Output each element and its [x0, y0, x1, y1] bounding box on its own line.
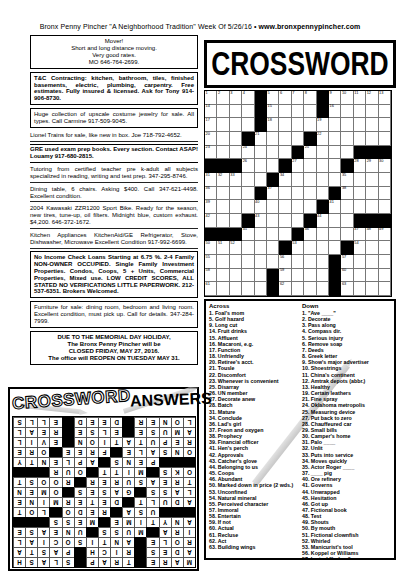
puzzle-cell[interactable]: [354, 255, 366, 269]
puzzle-cell[interactable]: [304, 173, 316, 187]
puzzle-cell[interactable]: [341, 146, 353, 160]
answer-cell: Y: [159, 517, 171, 527]
classified-ad: No Income Check Loans Starting at 6.75 %…: [30, 251, 198, 298]
puzzle-cell[interactable]: [279, 187, 291, 201]
answer-cell: E: [159, 477, 171, 487]
puzzle-cell[interactable]: 11: [354, 91, 366, 105]
answer-cell: L: [37, 507, 49, 517]
puzzle-cell[interactable]: [366, 118, 378, 132]
black-cell: [341, 159, 353, 173]
puzzle-cell[interactable]: 50: [205, 241, 217, 255]
puzzle-cell[interactable]: [354, 105, 366, 119]
puzzle-cell[interactable]: [292, 255, 304, 269]
puzzle-cell[interactable]: [317, 146, 329, 160]
answer-cell: R: [110, 557, 122, 567]
down-header: Down: [302, 303, 394, 310]
classified-ad: GRE used exam prep books. Every section.…: [30, 144, 198, 163]
puzzle-cell[interactable]: [217, 255, 229, 269]
answer-cell: E: [74, 497, 86, 507]
black-cell: [122, 417, 134, 427]
answer-cell: S: [110, 527, 122, 537]
puzzle-cell[interactable]: 2: [217, 91, 229, 105]
puzzle-cell[interactable]: 3: [230, 91, 242, 105]
puzzle-cell[interactable]: [292, 200, 304, 214]
puzzle-cell[interactable]: [217, 118, 229, 132]
puzzle-cell[interactable]: [292, 214, 304, 228]
classified-ad: T&C Contracting: kitchen, bathroom, tile…: [30, 72, 198, 106]
puzzle-cell[interactable]: 29: [366, 159, 378, 173]
black-cell: [86, 467, 98, 477]
puzzle-cell[interactable]: [379, 118, 391, 132]
answer-cell: M: [171, 427, 183, 437]
puzzle-cell[interactable]: [230, 214, 242, 228]
puzzle-cell[interactable]: [341, 200, 353, 214]
puzzle-cell[interactable]: [366, 105, 378, 119]
puzzle-cell[interactable]: [379, 269, 391, 283]
answers-logo-crossword: CROSSWORD: [11, 386, 131, 414]
puzzle-cell[interactable]: [366, 255, 378, 269]
answer-cell: N: [110, 537, 122, 547]
puzzle-cell[interactable]: 26: [242, 159, 254, 173]
answer-cell: S: [134, 507, 146, 517]
puzzle-cell[interactable]: [317, 173, 329, 187]
answers-logo-answers: ANSWERS: [129, 390, 211, 411]
puzzle-cell[interactable]: [230, 200, 242, 214]
puzzle-cell[interactable]: 19: [317, 118, 329, 132]
puzzle-cell[interactable]: [292, 173, 304, 187]
answer-cell: A: [25, 537, 37, 547]
puzzle-cell[interactable]: [329, 146, 341, 160]
puzzle-cell[interactable]: [354, 118, 366, 132]
puzzle-cell[interactable]: 44: [317, 214, 329, 228]
puzzle-cell[interactable]: [255, 255, 267, 269]
answer-cell: T: [13, 507, 25, 517]
answer-cell: E: [49, 527, 61, 537]
answer-cell: T: [146, 517, 158, 527]
puzzle-cell[interactable]: [242, 282, 254, 296]
puzzle-cell[interactable]: [354, 173, 366, 187]
answer-cell: O: [49, 477, 61, 487]
puzzle-cell[interactable]: 46: [304, 228, 316, 242]
puzzle-cell[interactable]: [329, 241, 341, 255]
answer-cell: L: [134, 447, 146, 457]
puzzle-cell[interactable]: 6: [279, 91, 291, 105]
puzzle-cell[interactable]: [379, 255, 391, 269]
puzzle-cell[interactable]: [292, 118, 304, 132]
answer-cell: M: [37, 487, 49, 497]
puzzle-cell[interactable]: 18: [267, 118, 279, 132]
puzzle-cell[interactable]: [217, 132, 229, 146]
answer-cell: D: [171, 547, 183, 557]
puzzle-cell[interactable]: [329, 214, 341, 228]
answer-cell: U: [62, 467, 74, 477]
puzzle-cell[interactable]: [292, 282, 304, 296]
puzzle-cell[interactable]: [292, 132, 304, 146]
puzzle-cell[interactable]: [329, 228, 341, 242]
puzzle-cell[interactable]: [230, 255, 242, 269]
puzzle-cell[interactable]: [292, 105, 304, 119]
answer-cell: P: [62, 547, 74, 557]
answer-cell: O: [86, 437, 98, 447]
puzzle-cell[interactable]: [230, 146, 242, 160]
puzzle-cell[interactable]: 25: [304, 146, 316, 160]
puzzle-cell[interactable]: [354, 132, 366, 146]
puzzle-cell[interactable]: 28: [354, 159, 366, 173]
puzzle-cell[interactable]: [242, 269, 254, 283]
puzzle-cell[interactable]: 7: [292, 91, 304, 105]
puzzle-cell[interactable]: [230, 118, 242, 132]
puzzle-cell[interactable]: [267, 214, 279, 228]
answer-cell: O: [37, 447, 49, 457]
puzzle-cell[interactable]: [304, 159, 316, 173]
answer-cell: E: [86, 487, 98, 497]
puzzle-cell[interactable]: [267, 132, 279, 146]
puzzle-cell[interactable]: 37: [267, 187, 279, 201]
answer-cell: A: [37, 557, 49, 567]
puzzle-cell[interactable]: 48: [366, 228, 378, 242]
puzzle-cell[interactable]: [366, 173, 378, 187]
across-list: 1. Foal's mom5. Golf hazard9. Long cut14…: [209, 310, 299, 550]
answer-cell: E: [86, 507, 98, 517]
puzzle-cell[interactable]: [217, 146, 229, 160]
answer-cell: O: [183, 447, 195, 457]
puzzle-cell[interactable]: 41: [329, 200, 341, 214]
puzzle-cell[interactable]: [304, 187, 316, 201]
black-cell: [98, 457, 110, 467]
puzzle-cell[interactable]: [341, 228, 353, 242]
puzzle-cell[interactable]: 45: [242, 228, 254, 242]
puzzle-cell[interactable]: [292, 269, 304, 283]
puzzle-cell[interactable]: [379, 132, 391, 146]
puzzle-cell[interactable]: [279, 228, 291, 242]
answer-cell: R: [171, 527, 183, 537]
answer-cell: S: [25, 557, 37, 567]
puzzle-cell[interactable]: [242, 105, 254, 119]
puzzle-cell[interactable]: 63: [341, 282, 353, 296]
puzzle-cell[interactable]: 22: [317, 132, 329, 146]
puzzle-cell[interactable]: [341, 214, 353, 228]
puzzle-cell[interactable]: [354, 282, 366, 296]
answer-cell: A: [122, 437, 134, 447]
answer-cell: U: [74, 527, 86, 537]
answer-cell: E: [13, 497, 25, 507]
answer-cell: H: [86, 547, 98, 557]
answer-cell: S: [159, 487, 171, 497]
answer-cell: U: [146, 437, 158, 447]
puzzle-cell[interactable]: [354, 269, 366, 283]
answer-cell: S: [146, 427, 158, 437]
puzzle-cell[interactable]: [230, 269, 242, 283]
puzzle-cell[interactable]: [366, 200, 378, 214]
puzzle-cell[interactable]: [230, 282, 242, 296]
classified-ad: Tutoring from certified teacher pre k-ad…: [30, 165, 198, 183]
puzzle-cell[interactable]: [304, 200, 316, 214]
answer-cell: K: [171, 467, 183, 477]
puzzle-cell[interactable]: [341, 132, 353, 146]
black-cell: [74, 547, 86, 557]
puzzle-cell[interactable]: [255, 159, 267, 173]
answer-cell: S: [49, 517, 61, 527]
puzzle-cell[interactable]: [379, 187, 391, 201]
puzzle-cell[interactable]: [242, 173, 254, 187]
answer-cell: O: [171, 537, 183, 547]
puzzle-cell[interactable]: [255, 282, 267, 296]
puzzle-cell[interactable]: [267, 200, 279, 214]
puzzle-cell[interactable]: [304, 255, 316, 269]
answer-cell: L: [13, 427, 25, 437]
answer-cell: S: [62, 517, 74, 527]
puzzle-cell[interactable]: [217, 214, 229, 228]
puzzle-cell[interactable]: [329, 159, 341, 173]
answer-cell: E: [98, 497, 110, 507]
down-clue: 57. Lyrical "before": [302, 556, 394, 560]
answer-cell: L: [37, 417, 49, 427]
puzzle-cell[interactable]: [242, 241, 254, 255]
answer-cell: T: [13, 477, 25, 487]
puzzle-cell[interactable]: 33: [230, 173, 242, 187]
black-cell: [317, 200, 329, 214]
puzzle-cell[interactable]: [242, 200, 254, 214]
crossword-section: CROSSWORD 123456789101112131415161718192…: [204, 40, 396, 560]
puzzle-cell[interactable]: [354, 187, 366, 201]
black-cell: [171, 457, 183, 467]
puzzle-cell[interactable]: [304, 282, 316, 296]
puzzle-cell[interactable]: 32: [217, 173, 229, 187]
puzzle-cell[interactable]: [341, 118, 353, 132]
puzzle-cell[interactable]: [366, 132, 378, 146]
puzzle-cell[interactable]: [379, 241, 391, 255]
answer-cell: R: [86, 477, 98, 487]
puzzle-cell[interactable]: [317, 187, 329, 201]
answer-cell: V: [37, 437, 49, 447]
puzzle-cell[interactable]: 51: [217, 241, 229, 255]
answer-cell: T: [110, 467, 122, 477]
puzzle-cell[interactable]: [292, 187, 304, 201]
answer-cell: T: [134, 437, 146, 447]
puzzle-cell[interactable]: 8: [304, 91, 316, 105]
puzzle-cell[interactable]: [379, 200, 391, 214]
black-cell: [159, 507, 171, 517]
puzzle-cell[interactable]: [304, 269, 316, 283]
puzzle-cell[interactable]: [230, 187, 242, 201]
answer-cell: N: [122, 457, 134, 467]
puzzle-cell[interactable]: [217, 269, 229, 283]
puzzle-cell[interactable]: [217, 187, 229, 201]
answer-cell: E: [146, 557, 158, 567]
black-cell: [110, 507, 122, 517]
puzzle-cell[interactable]: [217, 282, 229, 296]
black-cell: [255, 105, 267, 119]
answer-cell: N: [74, 437, 86, 447]
puzzle-cell[interactable]: [230, 105, 242, 119]
answer-cell: M: [134, 467, 146, 477]
clues-box: Across 1. Foal's mom5. Golf hazard9. Lon…: [204, 299, 396, 560]
puzzle-cell[interactable]: 40: [255, 200, 267, 214]
puzzle-cell[interactable]: 34: [279, 173, 291, 187]
puzzle-cell[interactable]: 17: [205, 118, 217, 132]
black-cell: [267, 282, 279, 296]
puzzle-cell[interactable]: [329, 132, 341, 146]
puzzle-cell[interactable]: [242, 118, 254, 132]
puzzle-cell[interactable]: [279, 118, 291, 132]
puzzle-cell[interactable]: 39: [205, 200, 217, 214]
puzzle-cell[interactable]: 10: [341, 91, 353, 105]
puzzle-cell[interactable]: 43: [255, 214, 267, 228]
puzzle-cell[interactable]: [255, 228, 267, 242]
answer-cell: C: [49, 537, 61, 547]
black-cell: [74, 557, 86, 567]
answer-cell: T: [98, 467, 110, 477]
puzzle-cell[interactable]: [279, 200, 291, 214]
puzzle-cell[interactable]: [217, 105, 229, 119]
puzzle-cell[interactable]: [379, 105, 391, 119]
answer-cell: S: [134, 477, 146, 487]
answer-cell: A: [171, 487, 183, 497]
answer-cell: R: [171, 477, 183, 487]
puzzle-cell[interactable]: 52: [230, 241, 242, 255]
answer-cell: N: [171, 447, 183, 457]
puzzle-cell[interactable]: [317, 269, 329, 283]
puzzle-cell[interactable]: 42: [205, 214, 217, 228]
answer-cell: M: [49, 497, 61, 507]
black-cell: [329, 282, 341, 296]
puzzle-cell[interactable]: [317, 159, 329, 173]
puzzle-cell[interactable]: 21: [255, 132, 267, 146]
answer-cell: T: [86, 497, 98, 507]
answer-cell: R: [122, 547, 134, 557]
puzzle-cell[interactable]: [279, 214, 291, 228]
black-cell: [146, 467, 158, 477]
answer-cell: R: [98, 507, 110, 517]
puzzle-cell[interactable]: [341, 105, 353, 119]
puzzle-cell[interactable]: [255, 241, 267, 255]
puzzle-cell[interactable]: 38: [341, 187, 353, 201]
black-cell: [62, 487, 74, 497]
puzzle-cell[interactable]: 30: [379, 159, 391, 173]
puzzle-grid[interactable]: 1234567891011121314151617181920212223242…: [204, 90, 392, 297]
answer-cell: G: [122, 487, 134, 497]
black-cell: [341, 241, 353, 255]
answer-cell: R: [49, 427, 61, 437]
puzzle-cell[interactable]: [267, 146, 279, 160]
puzzle-cell[interactable]: 23: [205, 146, 217, 160]
answer-cell: R: [62, 497, 74, 507]
puzzle-cell[interactable]: 13: [379, 91, 391, 105]
puzzle-cell[interactable]: [366, 269, 378, 283]
puzzle-cell[interactable]: [317, 241, 329, 255]
answers-logo: CROSSWORDANSWERS: [12, 390, 195, 414]
answer-cell: E: [74, 427, 86, 437]
puzzle-cell[interactable]: [329, 118, 341, 132]
puzzle-cell[interactable]: 4: [242, 91, 254, 105]
ads-column: Mover!Short and long distance moving.Ver…: [30, 35, 198, 368]
puzzle-cell[interactable]: 27: [292, 159, 304, 173]
puzzle-cell[interactable]: [267, 159, 279, 173]
puzzle-cell[interactable]: [304, 241, 316, 255]
puzzle-cell[interactable]: [279, 105, 291, 119]
answer-cell: E: [86, 417, 98, 427]
puzzle-cell[interactable]: [242, 255, 254, 269]
puzzle-cell[interactable]: [379, 282, 391, 296]
puzzle-cell[interactable]: 53: [292, 241, 304, 255]
answer-cell: R: [110, 477, 122, 487]
puzzle-cell[interactable]: 12: [366, 91, 378, 105]
puzzle-cell[interactable]: [230, 132, 242, 146]
puzzle-cell[interactable]: [379, 173, 391, 187]
puzzle-cell[interactable]: [255, 173, 267, 187]
puzzle-cell[interactable]: [317, 228, 329, 242]
answer-grid-upside-down: MARETRAPSLASHADESRICHPASTAROLEANTISOCIAL…: [12, 416, 196, 568]
answer-cell: A: [37, 527, 49, 537]
black-cell: [146, 527, 158, 537]
puzzle-cell[interactable]: [217, 200, 229, 214]
answer-cell: A: [183, 517, 195, 527]
answer-cell: D: [110, 417, 122, 427]
answer-cell: A: [110, 487, 122, 497]
puzzle-cell[interactable]: [304, 105, 316, 119]
puzzle-cell[interactable]: [354, 200, 366, 214]
puzzle-cell[interactable]: 61: [205, 282, 217, 296]
puzzle-cell[interactable]: [267, 255, 279, 269]
answer-cell: R: [86, 447, 98, 457]
puzzle-cell[interactable]: 62: [279, 282, 291, 296]
answer-cell: I: [122, 467, 134, 477]
answer-cell: M: [183, 557, 195, 567]
classified-ad: Lionel Trains for sale, like new in box.…: [30, 131, 198, 142]
answer-cell: T: [25, 547, 37, 557]
puzzle-cell[interactable]: 49: [379, 228, 391, 242]
answer-cell: O: [62, 507, 74, 517]
answer-cell: A: [183, 547, 195, 557]
puzzle-cell[interactable]: [366, 282, 378, 296]
black-cell: [134, 487, 146, 497]
puzzle-cell[interactable]: [267, 228, 279, 242]
puzzle-cell[interactable]: 54: [354, 241, 366, 255]
puzzle-cell[interactable]: [329, 173, 341, 187]
puzzle-cell[interactable]: [366, 187, 378, 201]
answer-cell: M: [86, 517, 98, 527]
puzzle-cell[interactable]: [242, 187, 254, 201]
answer-cell: A: [13, 547, 25, 557]
black-cell: [98, 517, 110, 527]
answer-cell: M: [122, 517, 134, 527]
puzzle-cell[interactable]: [255, 269, 267, 283]
answer-cell: S: [159, 447, 171, 457]
black-cell: [279, 241, 291, 255]
answer-cell: A: [25, 427, 37, 437]
answer-cell: L: [62, 457, 74, 467]
answer-cell: O: [49, 487, 61, 497]
black-cell: [122, 427, 134, 437]
puzzle-cell[interactable]: [255, 146, 267, 160]
puzzle-cell[interactable]: [317, 282, 329, 296]
puzzle-cell[interactable]: [279, 146, 291, 160]
answer-cell: S: [13, 417, 25, 427]
puzzle-cell[interactable]: [267, 241, 279, 255]
puzzle-cell[interactable]: 16: [329, 105, 341, 119]
puzzle-cell[interactable]: [304, 118, 316, 132]
answer-cell: C: [98, 547, 110, 557]
puzzle-cell[interactable]: [366, 241, 378, 255]
answer-cell: H: [13, 557, 25, 567]
puzzle-cell[interactable]: [279, 132, 291, 146]
answer-cell: L: [146, 497, 158, 507]
answer-cell: E: [146, 417, 158, 427]
black-cell: [49, 447, 61, 457]
across-clue: 63. Building wings: [209, 544, 299, 550]
black-cell: [13, 467, 25, 477]
puzzle-cell[interactable]: [317, 255, 329, 269]
